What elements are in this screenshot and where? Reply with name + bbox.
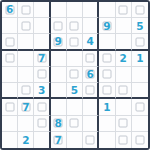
cell-r6c5[interactable]: 5 [67,83,83,99]
high-digit-marker-square [21,5,30,14]
cell-r6c2[interactable] [18,83,34,99]
high-digit-marker-square [21,86,30,95]
cell-r4c2[interactable] [18,51,34,67]
cell-r1c4[interactable] [51,2,67,18]
cell-r6c4[interactable] [51,83,67,99]
given-digit: 9 [55,36,62,47]
cell-r5c2[interactable] [18,67,34,83]
high-digit-marker-square [70,37,79,46]
cell-r3c2[interactable] [18,34,34,50]
given-digit: 9 [103,21,110,32]
high-digit-marker-square [86,135,95,144]
cell-r2c8[interactable] [116,18,132,34]
cell-r3c4[interactable]: 9 [51,34,67,50]
given-digit: 7 [38,53,45,64]
given-digit: 5 [71,85,78,96]
cell-r1c6[interactable] [83,2,99,18]
given-digit: 2 [22,135,29,146]
cell-r5c4[interactable] [51,67,67,83]
cell-r2c6[interactable] [83,18,99,34]
cell-r4c7[interactable] [99,51,115,67]
given-digit: 1 [136,53,143,64]
high-digit-marker-square [37,70,46,79]
high-digit-marker-square [102,54,111,63]
given-digit: 7 [22,102,29,113]
cell-r7c1[interactable] [2,99,18,115]
cell-r4c8[interactable]: 2 [116,51,132,67]
high-digit-marker-square [102,70,111,79]
cell-r3c6[interactable]: 4 [83,34,99,50]
cell-r5c9[interactable] [132,67,148,83]
high-digit-marker-square [135,5,144,14]
high-digit-marker-square [86,86,95,95]
given-digit: 1 [103,102,110,113]
cell-r6c6[interactable] [83,83,99,99]
cell-r8c7[interactable] [99,116,115,132]
cell-r8c9[interactable] [132,116,148,132]
given-digit: 3 [38,85,45,96]
cell-r3c9[interactable] [132,34,148,50]
high-digit-marker-square [135,37,144,46]
cell-r6c7[interactable] [99,83,115,99]
high-digit-marker-square [135,135,144,144]
cell-r3c8[interactable] [116,34,132,50]
high-digit-marker-square [37,119,46,128]
cell-r1c9[interactable] [132,2,148,18]
cell-r5c1[interactable] [2,67,18,83]
cell-r2c5[interactable] [67,18,83,34]
cell-r5c5[interactable] [67,67,83,83]
given-digit: 6 [6,4,13,15]
cell-r4c5[interactable] [67,51,83,67]
cell-r1c3[interactable] [34,2,50,18]
high-digit-marker-square [119,5,128,14]
given-digit: 2 [120,53,127,64]
cell-r1c5[interactable] [67,2,83,18]
cell-r7c2[interactable]: 7 [18,99,34,115]
cell-r3c3[interactable] [34,34,50,50]
cell-r7c9[interactable] [132,99,148,115]
cell-r1c8[interactable] [116,2,132,18]
cell-r7c4[interactable] [51,99,67,115]
cell-r4c6[interactable] [83,51,99,67]
cell-r8c2[interactable] [18,116,34,132]
high-digit-marker-square [135,102,144,111]
cell-r8c8[interactable] [116,116,132,132]
cell-r8c5[interactable] [67,116,83,132]
given-digit: 6 [87,69,94,80]
cell-r7c6[interactable] [83,99,99,115]
cell-r9c7[interactable] [99,132,115,148]
cell-r1c7[interactable] [99,2,115,18]
cell-r6c1[interactable] [2,83,18,99]
cell-r2c2[interactable] [18,18,34,34]
cell-r7c3[interactable] [34,99,50,115]
high-digit-marker-square [119,135,128,144]
cell-r9c9[interactable] [132,132,148,148]
cell-r6c9[interactable] [132,83,148,99]
high-digit-marker-square [70,70,79,79]
cell-r6c8[interactable] [116,83,132,99]
cell-r4c4[interactable] [51,51,67,67]
given-digit: 4 [87,36,94,47]
high-digit-marker-square [119,119,128,128]
cell-r1c2[interactable] [18,2,34,18]
cell-r7c8[interactable] [116,99,132,115]
cell-r8c1[interactable] [2,116,18,132]
cell-r6c3[interactable]: 3 [34,83,50,99]
cell-r5c6[interactable]: 6 [83,67,99,83]
given-digit: 8 [55,118,62,129]
high-digit-marker-square [5,54,14,63]
cell-r2c3[interactable] [34,18,50,34]
cell-r1c1[interactable]: 6 [2,2,18,18]
high-digit-marker-square [86,54,95,63]
high-digit-marker-square [70,119,79,128]
cell-r5c7[interactable] [99,67,115,83]
high-digit-marker-square [119,86,128,95]
cell-r7c7[interactable]: 1 [99,99,115,115]
cell-r7c5[interactable] [67,99,83,115]
given-digit: 5 [136,21,143,32]
cell-r8c6[interactable] [83,116,99,132]
cell-r9c5[interactable] [67,132,83,148]
cell-r5c3[interactable] [34,67,50,83]
cell-r4c9[interactable]: 1 [132,51,148,67]
cell-r9c3[interactable] [34,132,50,148]
cell-r8c4[interactable]: 8 [51,116,67,132]
cell-r9c8[interactable] [116,132,132,148]
sudoku-board: 6959472163571827 [0,0,150,150]
cell-r2c7[interactable]: 9 [99,18,115,34]
high-digit-marker-square [54,21,63,30]
high-digit-marker-square [21,21,30,30]
high-digit-marker-square [70,21,79,30]
cell-r4c1[interactable] [2,51,18,67]
cell-r9c6[interactable] [83,132,99,148]
cell-r3c1[interactable] [2,34,18,50]
given-digit: 7 [55,135,62,146]
high-digit-marker-square [5,102,14,111]
cell-r2c9[interactable]: 5 [132,18,148,34]
high-digit-marker-square [37,102,46,111]
cell-r4c3[interactable]: 7 [34,51,50,67]
cell-r2c1[interactable] [2,18,18,34]
cell-r3c5[interactable] [67,34,83,50]
high-digit-marker-square [102,86,111,95]
cell-r2c4[interactable] [51,18,67,34]
cell-r9c4[interactable]: 7 [51,132,67,148]
cell-r5c8[interactable] [116,67,132,83]
cell-r9c2[interactable]: 2 [18,132,34,148]
cell-r8c3[interactable] [34,116,50,132]
cell-r9c1[interactable] [2,132,18,148]
high-digit-marker-square [5,37,14,46]
cell-r3c7[interactable] [99,34,115,50]
